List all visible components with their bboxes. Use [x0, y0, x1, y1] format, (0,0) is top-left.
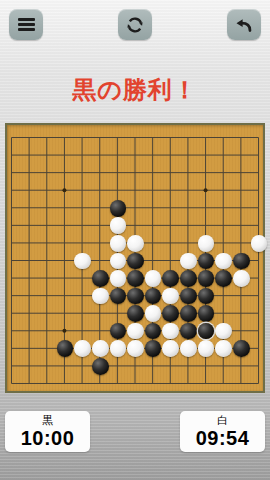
white-stone	[162, 288, 179, 305]
white-stone	[162, 340, 179, 357]
white-stone	[110, 340, 127, 357]
black-stone	[127, 270, 144, 287]
goban-board[interactable]	[5, 123, 265, 393]
black-stone	[198, 305, 215, 322]
black-stone	[57, 340, 74, 357]
white-stone	[215, 253, 232, 270]
menu-button[interactable]	[9, 9, 43, 40]
white-stone	[110, 270, 127, 287]
black-clock-label: 黒	[5, 414, 90, 427]
white-stone	[215, 323, 232, 340]
black-stone	[127, 253, 144, 270]
white-stone	[162, 323, 179, 340]
white-stone	[145, 305, 162, 322]
black-stone	[92, 270, 109, 287]
black-stone	[145, 340, 162, 357]
white-stone	[127, 323, 144, 340]
black-stone	[110, 200, 127, 217]
white-stone	[92, 288, 109, 305]
black-clock-time: 10:00	[5, 427, 90, 449]
black-stone	[198, 288, 215, 305]
undo-arrow-icon	[233, 14, 255, 36]
refresh-icon	[124, 14, 146, 36]
black-stone	[145, 323, 162, 340]
white-stone	[127, 340, 144, 357]
white-stone	[92, 340, 109, 357]
black-clock: 黒 10:00	[5, 411, 90, 452]
white-clock: 白 09:54	[180, 411, 265, 452]
black-stone	[215, 270, 232, 287]
black-stone	[198, 253, 215, 270]
black-stone	[180, 305, 197, 322]
white-clock-time: 09:54	[180, 427, 265, 449]
black-stone	[233, 253, 250, 270]
black-stone	[180, 323, 197, 340]
white-stone	[215, 340, 232, 357]
white-stone	[145, 270, 162, 287]
black-stone	[127, 288, 144, 305]
white-stone	[110, 235, 127, 252]
white-stone	[180, 340, 197, 357]
black-stone	[92, 358, 109, 375]
black-stone	[110, 323, 127, 340]
app-background: 黒の勝利！ 黒 10:00 白 09:54	[0, 0, 270, 480]
white-stone	[110, 253, 127, 270]
white-stone	[180, 253, 197, 270]
black-stone	[162, 305, 179, 322]
white-stone	[198, 340, 215, 357]
black-stone	[233, 340, 250, 357]
white-stone	[74, 253, 91, 270]
white-stone	[110, 217, 127, 234]
black-stone	[162, 270, 179, 287]
victory-banner: 黒の勝利！	[0, 74, 270, 106]
white-stone	[127, 235, 144, 252]
white-stone	[251, 235, 268, 252]
black-stone	[180, 288, 197, 305]
hamburger-icon	[18, 18, 35, 32]
stones-layer	[3, 129, 268, 392]
restart-button[interactable]	[118, 9, 152, 40]
black-stone	[145, 288, 162, 305]
black-stone	[198, 270, 215, 287]
white-stone	[198, 235, 215, 252]
black-stone	[127, 305, 144, 322]
black-stone	[110, 288, 127, 305]
white-clock-label: 白	[180, 414, 265, 427]
white-stone	[233, 270, 250, 287]
white-stone	[74, 340, 91, 357]
black-stone	[180, 270, 197, 287]
black-stone	[198, 323, 215, 340]
undo-button[interactable]	[227, 9, 261, 40]
